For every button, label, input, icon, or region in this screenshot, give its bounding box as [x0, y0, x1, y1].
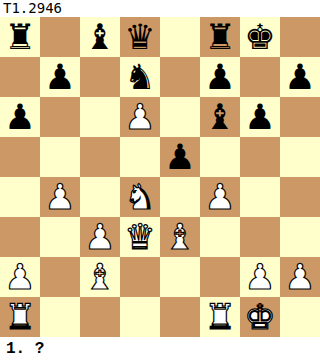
white-knight: ♞ [124, 177, 155, 217]
square-g5[interactable] [240, 137, 280, 177]
square-c2[interactable]: ♝ [80, 257, 120, 297]
square-a6[interactable]: ♟ [0, 97, 40, 137]
square-b3[interactable] [40, 217, 80, 257]
square-h5[interactable] [280, 137, 320, 177]
black-bishop: ♝ [84, 17, 115, 57]
square-f7[interactable]: ♟ [200, 57, 240, 97]
square-g6[interactable]: ♟ [240, 97, 280, 137]
white-pawn: ♟ [284, 257, 315, 297]
square-c1[interactable] [80, 297, 120, 337]
square-a3[interactable] [0, 217, 40, 257]
square-g3[interactable] [240, 217, 280, 257]
square-d3[interactable]: ♛ [120, 217, 160, 257]
header: T1.2946 [0, 0, 320, 17]
square-f2[interactable] [200, 257, 240, 297]
square-f5[interactable] [200, 137, 240, 177]
square-a4[interactable] [0, 177, 40, 217]
white-rook: ♜ [204, 297, 235, 337]
square-b5[interactable] [40, 137, 80, 177]
square-f8[interactable]: ♜ [200, 17, 240, 57]
square-a7[interactable] [0, 57, 40, 97]
move-prompt: 1. ? [6, 340, 44, 358]
square-a2[interactable]: ♟ [0, 257, 40, 297]
square-e8[interactable] [160, 17, 200, 57]
black-rook: ♜ [204, 17, 235, 57]
black-queen: ♛ [124, 17, 155, 57]
square-h6[interactable] [280, 97, 320, 137]
black-bishop: ♝ [204, 97, 235, 137]
square-h4[interactable] [280, 177, 320, 217]
square-f6[interactable]: ♝ [200, 97, 240, 137]
square-e2[interactable] [160, 257, 200, 297]
square-g4[interactable] [240, 177, 280, 217]
square-b4[interactable]: ♟ [40, 177, 80, 217]
black-pawn: ♟ [204, 57, 235, 97]
square-a5[interactable] [0, 137, 40, 177]
square-h1[interactable] [280, 297, 320, 337]
square-h2[interactable]: ♟ [280, 257, 320, 297]
black-king: ♚ [244, 17, 275, 57]
square-e5[interactable]: ♟ [160, 137, 200, 177]
black-pawn: ♟ [164, 137, 195, 177]
white-bishop: ♝ [164, 217, 195, 257]
square-c4[interactable] [80, 177, 120, 217]
white-bishop: ♝ [84, 257, 115, 297]
square-a1[interactable]: ♜ [0, 297, 40, 337]
white-queen: ♛ [124, 217, 155, 257]
square-g2[interactable]: ♟ [240, 257, 280, 297]
square-c3[interactable]: ♟ [80, 217, 120, 257]
black-rook: ♜ [4, 17, 35, 57]
white-rook: ♜ [4, 297, 35, 337]
square-d8[interactable]: ♛ [120, 17, 160, 57]
black-pawn: ♟ [44, 57, 75, 97]
square-c8[interactable]: ♝ [80, 17, 120, 57]
black-pawn: ♟ [284, 57, 315, 97]
square-d6[interactable]: ♟ [120, 97, 160, 137]
square-d2[interactable] [120, 257, 160, 297]
square-d1[interactable] [120, 297, 160, 337]
square-a8[interactable]: ♜ [0, 17, 40, 57]
square-b1[interactable] [40, 297, 80, 337]
puzzle-id: T1.2946 [3, 0, 62, 16]
square-b6[interactable] [40, 97, 80, 137]
square-d7[interactable]: ♞ [120, 57, 160, 97]
square-c7[interactable] [80, 57, 120, 97]
square-e4[interactable] [160, 177, 200, 217]
square-e1[interactable] [160, 297, 200, 337]
square-c5[interactable] [80, 137, 120, 177]
chess-board: ♜♝♛♜♚♟♞♟♟♟♟♝♟♟♟♞♟♟♛♝♟♝♟♟♜♜♚ [0, 17, 320, 337]
square-h8[interactable] [280, 17, 320, 57]
square-g7[interactable] [240, 57, 280, 97]
square-d5[interactable] [120, 137, 160, 177]
black-pawn: ♟ [244, 97, 275, 137]
chess-puzzle-app: T1.2946 ♜♝♛♜♚♟♞♟♟♟♟♝♟♟♟♞♟♟♛♝♟♝♟♟♜♜♚ 1. ? [0, 0, 320, 360]
square-g1[interactable]: ♚ [240, 297, 280, 337]
white-pawn: ♟ [44, 177, 75, 217]
white-pawn: ♟ [244, 257, 275, 297]
white-pawn: ♟ [84, 217, 115, 257]
square-f1[interactable]: ♜ [200, 297, 240, 337]
square-b2[interactable] [40, 257, 80, 297]
black-knight: ♞ [124, 57, 155, 97]
square-b7[interactable]: ♟ [40, 57, 80, 97]
square-b8[interactable] [40, 17, 80, 57]
square-e7[interactable] [160, 57, 200, 97]
square-h7[interactable]: ♟ [280, 57, 320, 97]
square-c6[interactable] [80, 97, 120, 137]
square-d4[interactable]: ♞ [120, 177, 160, 217]
square-e6[interactable] [160, 97, 200, 137]
square-f4[interactable]: ♟ [200, 177, 240, 217]
black-pawn: ♟ [4, 97, 35, 137]
white-pawn: ♟ [204, 177, 235, 217]
square-f3[interactable] [200, 217, 240, 257]
square-g8[interactable]: ♚ [240, 17, 280, 57]
square-h3[interactable] [280, 217, 320, 257]
square-e3[interactable]: ♝ [160, 217, 200, 257]
white-pawn: ♟ [4, 257, 35, 297]
white-king: ♚ [244, 297, 275, 337]
white-pawn: ♟ [124, 97, 155, 137]
footer: 1. ? [0, 337, 320, 360]
